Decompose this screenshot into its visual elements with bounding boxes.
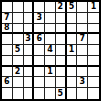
cell-r9c8[interactable] <box>77 88 88 99</box>
cell-r7c3[interactable] <box>24 67 35 78</box>
cell-r7c4[interactable] <box>34 67 45 78</box>
cell-r6c5[interactable] <box>45 56 56 67</box>
cell-r3c7[interactable] <box>67 24 78 35</box>
cell-r5c9[interactable] <box>88 45 99 56</box>
cell-r4c7[interactable] <box>67 34 78 45</box>
cell-r9c5[interactable] <box>45 88 56 99</box>
cell-r1c8[interactable] <box>77 2 88 13</box>
cell-r7c8[interactable] <box>77 67 88 78</box>
cell-r9c7[interactable] <box>67 88 78 99</box>
cell-r3c4[interactable] <box>34 24 45 35</box>
cell-r3c8[interactable] <box>77 24 88 35</box>
cell-r1c4[interactable] <box>34 2 45 13</box>
cell-r2c3[interactable] <box>24 13 35 24</box>
cell-r4c9[interactable] <box>88 34 99 45</box>
cell-r9c9[interactable] <box>88 88 99 99</box>
given-digit-r5c2[interactable]: 5 <box>13 45 24 56</box>
cell-r4c5[interactable] <box>45 34 56 45</box>
cell-r9c2[interactable] <box>13 88 24 99</box>
cell-r5c1[interactable] <box>2 45 13 56</box>
given-digit-r2c4[interactable]: 3 <box>34 13 45 24</box>
cell-r9c4[interactable] <box>34 88 45 99</box>
cell-r8c4[interactable] <box>34 77 45 88</box>
cell-r3c5[interactable] <box>45 24 56 35</box>
cell-r6c7[interactable] <box>67 56 78 67</box>
cell-r4c1[interactable] <box>2 34 13 45</box>
given-digit-r4c4[interactable]: 6 <box>34 34 45 45</box>
cell-r7c9[interactable] <box>88 67 99 78</box>
given-digit-r9c6[interactable]: 5 <box>56 88 67 99</box>
cell-r5c8[interactable] <box>77 45 88 56</box>
cell-r8c5[interactable] <box>45 77 56 88</box>
cell-r8c7[interactable] <box>67 77 78 88</box>
given-digit-r7c2[interactable]: 2 <box>13 67 24 78</box>
cell-r5c4[interactable] <box>34 45 45 56</box>
given-digit-r8c8[interactable]: 3 <box>77 77 88 88</box>
cell-r3c2[interactable] <box>13 24 24 35</box>
given-digit-r5c5[interactable]: 4 <box>45 45 56 56</box>
cell-r6c3[interactable] <box>24 56 35 67</box>
cell-r6c9[interactable] <box>88 56 99 67</box>
given-digit-r7c5[interactable]: 1 <box>45 67 56 78</box>
given-digit-r2c1[interactable]: 7 <box>2 13 13 24</box>
cell-r2c9[interactable] <box>88 13 99 24</box>
cell-r3c3[interactable] <box>24 24 35 35</box>
cell-r8c3[interactable] <box>24 77 35 88</box>
cell-r2c7[interactable] <box>67 13 78 24</box>
cell-r8c9[interactable] <box>88 77 99 88</box>
cell-r2c6[interactable] <box>56 13 67 24</box>
cell-r2c2[interactable] <box>13 13 24 24</box>
cell-r8c6[interactable] <box>56 77 67 88</box>
cell-r1c2[interactable] <box>13 2 24 13</box>
cell-r8c2[interactable] <box>13 77 24 88</box>
cell-r6c4[interactable] <box>34 56 45 67</box>
cell-r4c6[interactable] <box>56 34 67 45</box>
cell-r5c6[interactable] <box>56 45 67 56</box>
cell-r6c8[interactable] <box>77 56 88 67</box>
cell-r9c3[interactable] <box>24 88 35 99</box>
cell-r6c6[interactable] <box>56 56 67 67</box>
given-digit-r1c7[interactable]: 5 <box>67 2 78 13</box>
given-digit-r3c1[interactable]: 8 <box>2 24 13 35</box>
given-digit-r1c9[interactable]: 1 <box>88 2 99 13</box>
cell-r4c2[interactable] <box>13 34 24 45</box>
cell-r2c8[interactable] <box>77 13 88 24</box>
given-digit-r4c3[interactable]: 3 <box>24 34 35 45</box>
cell-r6c1[interactable] <box>2 56 13 67</box>
cell-r5c3[interactable] <box>24 45 35 56</box>
cell-r7c1[interactable] <box>2 67 13 78</box>
cell-r7c7[interactable] <box>67 67 78 78</box>
cell-r6c2[interactable] <box>13 56 24 67</box>
cell-r1c3[interactable] <box>24 2 35 13</box>
cell-r1c5[interactable] <box>45 2 56 13</box>
given-digit-r8c1[interactable]: 6 <box>2 77 13 88</box>
cell-r3c6[interactable] <box>56 24 67 35</box>
sudoku-board: 25173836754121635 <box>0 0 101 101</box>
cell-r7c6[interactable] <box>56 67 67 78</box>
cell-r9c1[interactable] <box>2 88 13 99</box>
given-digit-r4c8[interactable]: 7 <box>77 34 88 45</box>
cell-r3c9[interactable] <box>88 24 99 35</box>
cell-r2c5[interactable] <box>45 13 56 24</box>
given-digit-r1c6[interactable]: 2 <box>56 2 67 13</box>
given-digit-r5c7[interactable]: 1 <box>67 45 78 56</box>
cell-r1c1[interactable] <box>2 2 13 13</box>
